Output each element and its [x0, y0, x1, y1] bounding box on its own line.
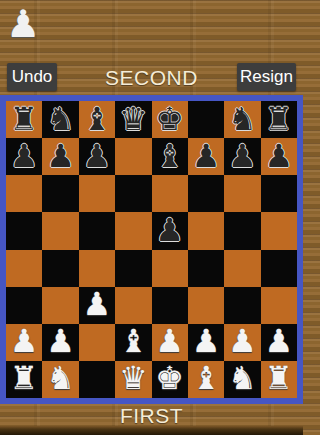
square-a7[interactable]: ♟ [6, 138, 42, 175]
black-bishop: ♝ [155, 138, 184, 174]
square-e8[interactable]: ♚ [152, 101, 188, 138]
square-d6[interactable] [115, 175, 151, 212]
square-f7[interactable]: ♟ [188, 138, 224, 175]
square-a6[interactable] [6, 175, 42, 212]
resign-button[interactable]: Resign [237, 63, 296, 91]
white-queen: ♛ [119, 361, 148, 397]
square-a5[interactable] [6, 212, 42, 249]
bottom-molding [0, 426, 303, 435]
square-h5[interactable] [261, 212, 297, 249]
black-pawn: ♟ [264, 138, 293, 174]
white-pawn: ♟ [155, 324, 184, 360]
square-e3[interactable] [152, 287, 188, 324]
black-knight: ♞ [46, 101, 75, 137]
white-rook: ♜ [264, 361, 293, 397]
black-pawn: ♟ [10, 138, 39, 174]
white-rook: ♜ [10, 361, 39, 397]
white-king: ♚ [155, 361, 184, 397]
black-rook: ♜ [264, 101, 293, 137]
square-g3[interactable] [224, 287, 260, 324]
black-king: ♚ [155, 101, 184, 137]
square-d3[interactable] [115, 287, 151, 324]
square-h2[interactable]: ♟ [261, 324, 297, 361]
black-knight: ♞ [228, 101, 257, 137]
square-e2[interactable]: ♟ [152, 324, 188, 361]
square-g6[interactable] [224, 175, 260, 212]
square-f2[interactable]: ♟ [188, 324, 224, 361]
square-h8[interactable]: ♜ [261, 101, 297, 138]
white-pawn: ♟ [228, 324, 257, 360]
square-g4[interactable] [224, 250, 260, 287]
square-f8[interactable] [188, 101, 224, 138]
black-queen: ♛ [119, 101, 148, 137]
white-pawn: ♟ [46, 324, 75, 360]
square-h7[interactable]: ♟ [261, 138, 297, 175]
square-e6[interactable] [152, 175, 188, 212]
square-c4[interactable] [79, 250, 115, 287]
square-d5[interactable] [115, 212, 151, 249]
square-c5[interactable] [79, 212, 115, 249]
square-g1[interactable]: ♞ [224, 361, 260, 398]
square-b7[interactable]: ♟ [42, 138, 78, 175]
square-d7[interactable] [115, 138, 151, 175]
white-knight: ♞ [228, 361, 257, 397]
square-f1[interactable]: ♝ [188, 361, 224, 398]
square-c6[interactable] [79, 175, 115, 212]
square-a8[interactable]: ♜ [6, 101, 42, 138]
square-a1[interactable]: ♜ [6, 361, 42, 398]
square-b2[interactable]: ♟ [42, 324, 78, 361]
chess-board[interactable]: ♜♞♝♛♚♞♜♟♟♟♝♟♟♟♟♟♟♟♝♟♟♟♟♜♞♛♚♝♞♜ [0, 95, 303, 404]
square-a4[interactable] [6, 250, 42, 287]
square-b3[interactable] [42, 287, 78, 324]
square-c1[interactable] [79, 361, 115, 398]
square-c7[interactable]: ♟ [79, 138, 115, 175]
square-f6[interactable] [188, 175, 224, 212]
square-d1[interactable]: ♛ [115, 361, 151, 398]
player-name-label: FIRST [0, 403, 303, 428]
square-h4[interactable] [261, 250, 297, 287]
square-d4[interactable] [115, 250, 151, 287]
square-c3[interactable]: ♟ [79, 287, 115, 324]
square-g7[interactable]: ♟ [224, 138, 260, 175]
square-b1[interactable]: ♞ [42, 361, 78, 398]
white-pawn: ♟ [264, 324, 293, 360]
square-c2[interactable] [79, 324, 115, 361]
square-h1[interactable]: ♜ [261, 361, 297, 398]
white-pawn: ♟ [10, 324, 39, 360]
black-pawn: ♟ [83, 138, 112, 174]
square-f4[interactable] [188, 250, 224, 287]
square-g8[interactable]: ♞ [224, 101, 260, 138]
square-a2[interactable]: ♟ [6, 324, 42, 361]
square-g2[interactable]: ♟ [224, 324, 260, 361]
black-pawn: ♟ [155, 212, 184, 248]
square-g5[interactable] [224, 212, 260, 249]
square-e4[interactable] [152, 250, 188, 287]
white-bishop: ♝ [192, 361, 221, 397]
square-d8[interactable]: ♛ [115, 101, 151, 138]
square-c8[interactable]: ♝ [79, 101, 115, 138]
black-pawn: ♟ [192, 138, 221, 174]
square-a3[interactable] [6, 287, 42, 324]
square-e1[interactable]: ♚ [152, 361, 188, 398]
square-d2[interactable]: ♝ [115, 324, 151, 361]
square-b5[interactable] [42, 212, 78, 249]
white-pawn-icon: ♟ [6, 4, 40, 44]
white-knight: ♞ [46, 361, 75, 397]
square-f3[interactable] [188, 287, 224, 324]
black-rook: ♜ [10, 101, 39, 137]
white-bishop: ♝ [119, 324, 148, 360]
square-h3[interactable] [261, 287, 297, 324]
square-e7[interactable]: ♝ [152, 138, 188, 175]
white-pawn: ♟ [192, 324, 221, 360]
square-b8[interactable]: ♞ [42, 101, 78, 138]
black-bishop: ♝ [83, 101, 112, 137]
square-h6[interactable] [261, 175, 297, 212]
square-e5[interactable]: ♟ [152, 212, 188, 249]
square-b4[interactable] [42, 250, 78, 287]
black-pawn: ♟ [228, 138, 257, 174]
black-pawn: ♟ [46, 138, 75, 174]
square-f5[interactable] [188, 212, 224, 249]
white-pawn: ♟ [83, 287, 112, 323]
square-b6[interactable] [42, 175, 78, 212]
